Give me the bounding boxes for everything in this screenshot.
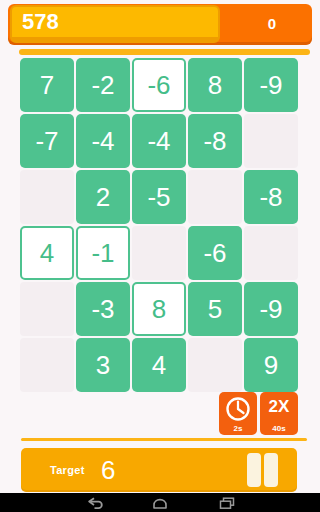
- android-nav-bar: [0, 493, 320, 512]
- target-value: 6: [101, 455, 115, 486]
- number-tile[interactable]: -4: [132, 114, 186, 168]
- number-tile-selected[interactable]: -6: [132, 58, 186, 112]
- number-tile[interactable]: 3: [76, 338, 130, 392]
- number-tile[interactable]: -3: [76, 282, 130, 336]
- number-tile[interactable]: -8: [188, 114, 242, 168]
- number-tile[interactable]: -2: [76, 58, 130, 112]
- number-tile[interactable]: 5: [188, 282, 242, 336]
- empty-cell: [188, 338, 242, 392]
- empty-cell: [20, 170, 74, 224]
- number-tile[interactable]: -6: [188, 226, 242, 280]
- double-score-powerup-button[interactable]: 2X 40s: [260, 392, 298, 435]
- game-screen: 578 0 7-2-68-9-7-4-4-82-5-84-1-6-385-934…: [0, 0, 320, 512]
- number-tile[interactable]: -9: [244, 282, 298, 336]
- empty-cell: [20, 282, 74, 336]
- pause-bar-left: [247, 453, 261, 487]
- number-tile[interactable]: -5: [132, 170, 186, 224]
- number-tile[interactable]: -8: [244, 170, 298, 224]
- number-tile[interactable]: 7: [20, 58, 74, 112]
- powerup-cost: 2s: [219, 424, 257, 433]
- recents-icon[interactable]: [219, 496, 235, 512]
- score-value: 578: [22, 9, 59, 35]
- combo-counter: 0: [268, 15, 276, 32]
- number-tile[interactable]: 8: [188, 58, 242, 112]
- target-label: Target: [50, 464, 85, 476]
- number-tile[interactable]: 4: [132, 338, 186, 392]
- number-tile[interactable]: 9: [244, 338, 298, 392]
- home-icon[interactable]: [152, 496, 168, 512]
- clock-icon: [219, 395, 257, 427]
- pause-bar-right: [264, 453, 278, 487]
- number-tile[interactable]: -7: [20, 114, 74, 168]
- pause-button[interactable]: [247, 453, 278, 487]
- empty-cell: [20, 338, 74, 392]
- empty-cell: [244, 226, 298, 280]
- empty-cell: [188, 170, 242, 224]
- top-timer-bar: [19, 49, 310, 55]
- number-tile[interactable]: -4: [76, 114, 130, 168]
- target-bar: Target 6: [21, 448, 297, 492]
- empty-cell: [244, 114, 298, 168]
- number-tile-selected[interactable]: 4: [20, 226, 74, 280]
- powerup-cost: 40s: [260, 424, 298, 433]
- add-time-powerup-button[interactable]: 2s: [219, 392, 257, 435]
- powerup-row: 2s 2X 40s: [219, 392, 298, 435]
- powerup-label: 2X: [260, 397, 298, 417]
- number-tile[interactable]: 2: [76, 170, 130, 224]
- number-tile-selected[interactable]: -1: [76, 226, 130, 280]
- empty-cell: [132, 226, 186, 280]
- score-progress-fill: 578: [10, 5, 220, 43]
- tile-grid: 7-2-68-9-7-4-4-82-5-84-1-6-385-9349: [20, 58, 298, 392]
- score-bar: 578 0: [8, 4, 312, 45]
- number-tile-selected[interactable]: 8: [132, 282, 186, 336]
- bottom-timer-bar: [21, 438, 307, 441]
- number-tile[interactable]: -9: [244, 58, 298, 112]
- back-icon[interactable]: [88, 496, 104, 512]
